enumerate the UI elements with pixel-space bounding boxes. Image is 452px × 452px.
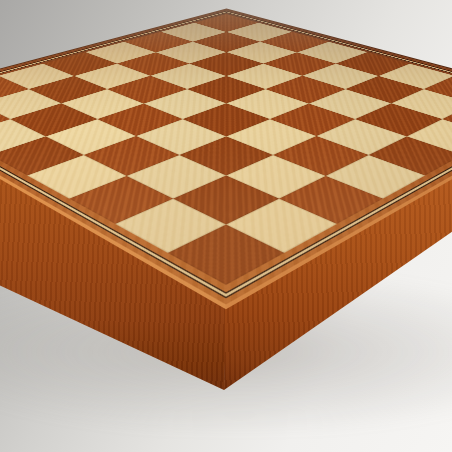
photo-scene	[0, 0, 452, 452]
chess-board	[0, 9, 452, 310]
board-squares	[0, 14, 452, 285]
